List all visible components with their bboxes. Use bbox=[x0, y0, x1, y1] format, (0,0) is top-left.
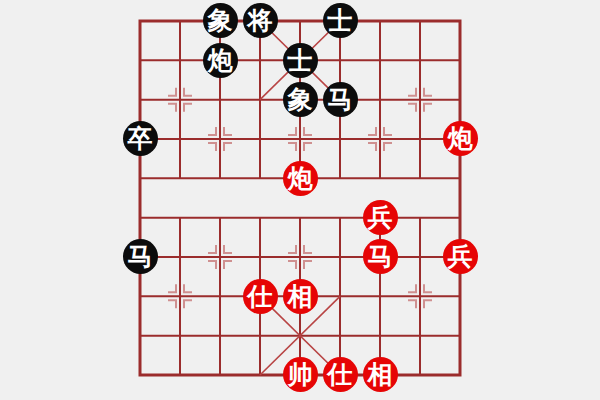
cell-c1: 象 bbox=[200, 1, 240, 40]
cell-g6: 兵 bbox=[360, 198, 400, 237]
piece-black-horse[interactable]: 马 bbox=[123, 239, 158, 274]
cell-e2: 士 bbox=[280, 41, 320, 80]
piece-red-advisor[interactable]: 仕 bbox=[323, 357, 358, 392]
piece-red-elephant[interactable]: 相 bbox=[363, 357, 398, 392]
cell-d1: 将 bbox=[240, 1, 280, 40]
piece-black-advisor[interactable]: 士 bbox=[283, 43, 318, 78]
cell-e10: 帅 bbox=[280, 355, 320, 394]
cell-a4: 卒 bbox=[120, 119, 160, 158]
cell-e3: 象 bbox=[280, 80, 320, 119]
piece-red-horse[interactable]: 马 bbox=[363, 239, 398, 274]
cell-c2: 炮 bbox=[200, 41, 240, 80]
piece-black-elephant[interactable]: 象 bbox=[283, 82, 318, 117]
xiangqi-board: 象将士炮士象马卒炮炮兵马马兵仕相帅仕相 bbox=[0, 0, 600, 400]
cell-e5: 炮 bbox=[280, 159, 320, 198]
piece-black-advisor[interactable]: 士 bbox=[323, 3, 358, 38]
cell-g10: 相 bbox=[360, 355, 400, 394]
cell-e8: 相 bbox=[280, 277, 320, 316]
cell-g7: 马 bbox=[360, 237, 400, 276]
cell-f10: 仕 bbox=[320, 355, 360, 394]
piece-black-soldier[interactable]: 卒 bbox=[123, 121, 158, 156]
cell-i7: 兵 bbox=[440, 237, 480, 276]
piece-black-elephant[interactable]: 象 bbox=[203, 3, 238, 38]
cell-a7: 马 bbox=[120, 237, 160, 276]
board-grid[interactable]: 象将士炮士象马卒炮炮兵马马兵仕相帅仕相 bbox=[120, 1, 480, 394]
piece-red-advisor[interactable]: 仕 bbox=[243, 279, 278, 314]
piece-black-horse[interactable]: 马 bbox=[323, 82, 358, 117]
piece-red-soldier[interactable]: 兵 bbox=[363, 200, 398, 235]
piece-red-cannon[interactable]: 炮 bbox=[443, 121, 478, 156]
piece-red-soldier[interactable]: 兵 bbox=[443, 239, 478, 274]
piece-black-general[interactable]: 将 bbox=[243, 3, 278, 38]
piece-black-cannon[interactable]: 炮 bbox=[203, 43, 238, 78]
cell-d8: 仕 bbox=[240, 277, 280, 316]
piece-red-general[interactable]: 帅 bbox=[283, 357, 318, 392]
piece-red-elephant[interactable]: 相 bbox=[283, 279, 318, 314]
cell-i4: 炮 bbox=[440, 119, 480, 158]
piece-red-cannon[interactable]: 炮 bbox=[283, 161, 318, 196]
cell-f3: 马 bbox=[320, 80, 360, 119]
cell-f1: 士 bbox=[320, 1, 360, 40]
